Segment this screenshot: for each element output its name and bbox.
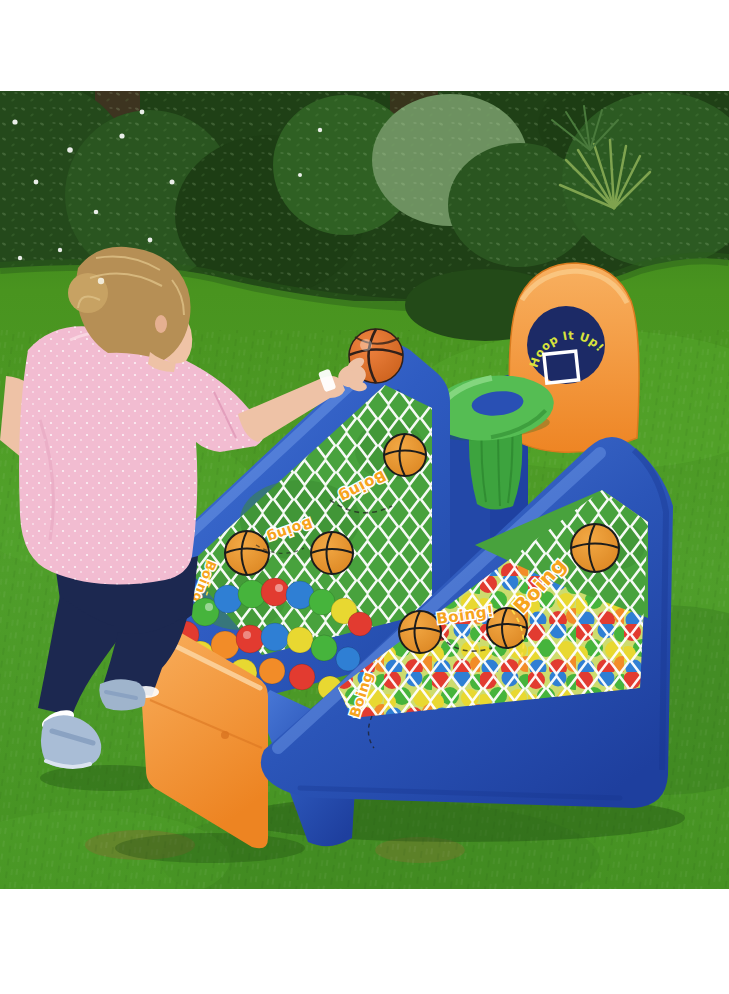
hair-tie: [98, 278, 104, 284]
child-ear: [155, 315, 167, 333]
air-valve: [221, 731, 229, 739]
photo-canvas: Hoop It Up!: [0, 0, 729, 994]
child-shoe-back: [99, 679, 145, 710]
scene-illustration: Hoop It Up!: [0, 0, 729, 994]
